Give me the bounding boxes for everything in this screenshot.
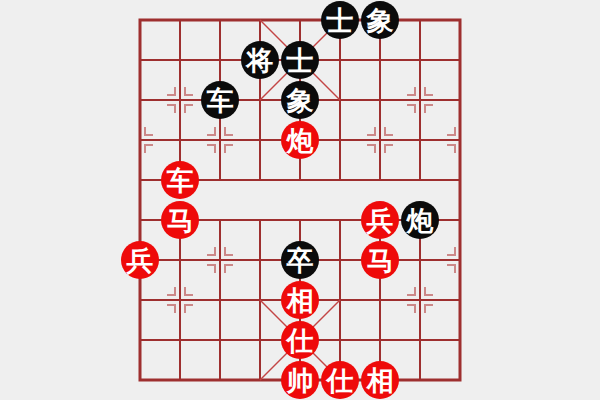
pieces-layer: 士象将士车象炮车马兵炮兵卒马相仕帅仕相 bbox=[120, 0, 480, 400]
piece-black-advisor[interactable]: 士 bbox=[281, 41, 319, 79]
piece-red-elephant[interactable]: 相 bbox=[361, 361, 399, 399]
piece-black-advisor[interactable]: 士 bbox=[321, 1, 359, 39]
piece-black-chariot[interactable]: 车 bbox=[201, 81, 239, 119]
piece-red-chariot[interactable]: 车 bbox=[161, 161, 199, 199]
piece-red-horse[interactable]: 马 bbox=[161, 201, 199, 239]
piece-red-soldier[interactable]: 兵 bbox=[121, 241, 159, 279]
piece-red-general[interactable]: 帅 bbox=[281, 361, 319, 399]
piece-red-elephant[interactable]: 相 bbox=[281, 281, 319, 319]
piece-red-advisor[interactable]: 仕 bbox=[321, 361, 359, 399]
piece-red-cannon[interactable]: 炮 bbox=[281, 121, 319, 159]
piece-red-horse[interactable]: 马 bbox=[361, 241, 399, 279]
piece-black-elephant[interactable]: 象 bbox=[281, 81, 319, 119]
piece-red-soldier[interactable]: 兵 bbox=[361, 201, 399, 239]
piece-black-soldier[interactable]: 卒 bbox=[281, 241, 319, 279]
piece-black-elephant[interactable]: 象 bbox=[361, 1, 399, 39]
piece-red-advisor[interactable]: 仕 bbox=[281, 321, 319, 359]
piece-black-cannon[interactable]: 炮 bbox=[401, 201, 439, 239]
piece-black-general[interactable]: 将 bbox=[241, 41, 279, 79]
xiangqi-board: 士象将士车象炮车马兵炮兵卒马相仕帅仕相 bbox=[0, 0, 600, 400]
